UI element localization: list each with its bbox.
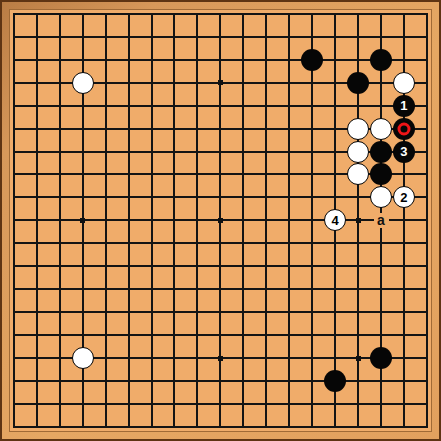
white-stone <box>72 72 94 94</box>
black-stone <box>347 72 369 94</box>
grid-line-vertical <box>426 13 428 428</box>
grid-line-horizontal <box>13 380 428 382</box>
white-stone <box>393 72 415 94</box>
grid-line-horizontal <box>13 426 428 428</box>
star-point <box>356 218 361 223</box>
move-number: 3 <box>400 145 407 158</box>
black-stone <box>393 118 415 140</box>
grid-line-horizontal <box>13 403 428 405</box>
white-stone <box>72 347 94 369</box>
move-number: 4 <box>331 214 338 227</box>
grid-line-vertical <box>311 13 313 428</box>
grid-line-vertical <box>242 13 244 428</box>
star-point <box>218 218 223 223</box>
grid-line-vertical <box>265 13 267 428</box>
go-diagram: a1324 <box>0 0 441 441</box>
black-stone <box>370 141 392 163</box>
grid-line-horizontal <box>13 334 428 336</box>
star-point <box>80 218 85 223</box>
point-label-a: a <box>374 213 389 228</box>
black-stone: 1 <box>393 95 415 117</box>
move-number: 1 <box>400 99 407 112</box>
grid-line-horizontal <box>13 265 428 267</box>
circle-mark-icon <box>397 122 410 135</box>
white-stone <box>347 118 369 140</box>
move-number: 2 <box>400 191 407 204</box>
black-stone <box>301 49 323 71</box>
white-stone <box>347 141 369 163</box>
black-stone <box>370 49 392 71</box>
star-point <box>218 356 223 361</box>
white-stone <box>370 118 392 140</box>
black-stone <box>324 370 346 392</box>
grid-line-horizontal <box>13 311 428 313</box>
board-frame: a1324 <box>0 0 441 441</box>
star-point <box>218 80 223 85</box>
grid-line-horizontal <box>13 242 428 244</box>
grid-line-horizontal <box>13 288 428 290</box>
black-stone <box>370 347 392 369</box>
grid-line-vertical <box>288 13 290 428</box>
star-point <box>356 356 361 361</box>
black-stone: 3 <box>393 141 415 163</box>
